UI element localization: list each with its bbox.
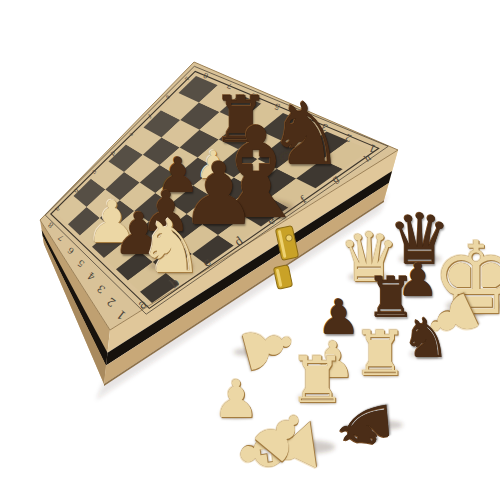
pieces-layer: ♜♞♟♟♝♟♟♟♟♛♞♛♟♚♟♜♟♟♞♜♟♜♟♞♝♟ <box>0 0 500 500</box>
piece-black-knight-lying: ♞ <box>330 393 401 458</box>
piece-white-knight-b2: ♞ <box>138 209 204 283</box>
product-photo: aa11bb22cc33dd44ee55ff66gg77hh88 ♜♞♟♟♝♟♟… <box>0 0 500 500</box>
piece-black-knight: ♞ <box>402 312 450 366</box>
piece-white-rook: ♜ <box>352 323 408 385</box>
